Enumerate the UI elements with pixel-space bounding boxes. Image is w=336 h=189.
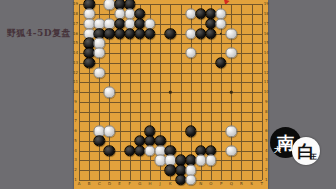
coord-number-left: 1 xyxy=(74,178,77,182)
coord-number-right: 10 xyxy=(264,90,269,94)
coord-number-left: 9 xyxy=(74,100,77,104)
grid-line-v xyxy=(262,4,263,180)
coord-letter: K xyxy=(169,182,172,186)
video-frame: 野狐4-5D复盘 A1919B1818C1717D1616E1515F1414G… xyxy=(0,0,336,189)
black-stone-H16 xyxy=(144,28,155,39)
coord-letter: Q xyxy=(230,182,233,186)
coord-letter: B xyxy=(88,182,91,186)
coord-number-left: 7 xyxy=(74,119,77,123)
coord-number-left: 6 xyxy=(74,129,77,133)
coord-number-left: 10 xyxy=(73,90,78,94)
white-stone-Q16 xyxy=(226,28,237,39)
coord-number-right: 18 xyxy=(264,12,269,16)
coord-number-right: 14 xyxy=(264,51,269,55)
coord-number-left: 3 xyxy=(74,158,77,162)
coord-letter: A xyxy=(78,182,81,186)
coord-number-left: 17 xyxy=(73,22,78,26)
coord-number-left: 13 xyxy=(73,61,78,65)
white-stone-M1 xyxy=(185,174,196,185)
coord-number-right: 4 xyxy=(265,149,268,153)
black-stone-C5 xyxy=(94,135,105,146)
coord-letter: R xyxy=(240,182,243,186)
grid-line-h xyxy=(79,141,262,142)
coord-letter: O xyxy=(209,182,212,186)
coord-number-right: 13 xyxy=(264,61,269,65)
coord-letter: P xyxy=(220,182,222,186)
coord-number-right: 19 xyxy=(264,2,269,6)
coord-letter: J xyxy=(160,182,161,186)
coord-number-right: 7 xyxy=(265,119,268,123)
white-stone-D6 xyxy=(104,125,115,136)
coord-number-left: 12 xyxy=(73,71,78,75)
white-stone-C12 xyxy=(94,67,105,78)
coord-number-right: 9 xyxy=(265,100,268,104)
grid-line-v xyxy=(241,4,242,180)
coord-number-right: 2 xyxy=(265,168,268,172)
white-stone-D10 xyxy=(104,86,115,97)
white-stone-O3 xyxy=(205,155,216,166)
coord-number-left: 15 xyxy=(73,41,78,45)
black-stone-O16 xyxy=(205,28,216,39)
black-stone-P13 xyxy=(215,57,226,68)
black-stone-M6 xyxy=(185,125,196,136)
review-title-text: 野狐4-5D复盘 xyxy=(7,27,73,40)
coord-letter: H xyxy=(149,182,152,186)
coord-number-right: 16 xyxy=(264,32,269,36)
channel-logo: 南 大 白 王 xyxy=(270,127,328,171)
white-stone-Q6 xyxy=(226,125,237,136)
coord-number-left: 14 xyxy=(73,51,78,55)
black-stone-K16 xyxy=(165,28,176,39)
grid-line-v xyxy=(181,4,182,180)
coord-number-right: 17 xyxy=(264,22,269,26)
coord-number-left: 2 xyxy=(74,168,77,172)
coord-letter: E xyxy=(118,182,121,186)
white-stone-P17 xyxy=(215,18,226,29)
coord-number-right: 15 xyxy=(264,41,269,45)
coord-letter: N xyxy=(199,182,202,186)
coord-letter: C xyxy=(98,182,101,186)
logo-white-small-char: 王 xyxy=(310,152,317,162)
coord-number-left: 18 xyxy=(73,12,78,16)
black-stone-B13 xyxy=(83,57,94,68)
grid-line-v xyxy=(252,4,253,180)
coord-number-right: 3 xyxy=(265,158,268,162)
coord-number-left: 8 xyxy=(74,110,77,114)
coord-number-left: 4 xyxy=(74,149,77,153)
white-stone-Q4 xyxy=(226,145,237,156)
coord-number-right: 6 xyxy=(265,129,268,133)
grid-line-v xyxy=(221,4,222,180)
grid-line-h xyxy=(79,121,262,122)
go-board[interactable]: A1919B1818C1717D1616E1515F1414G1313H1212… xyxy=(74,0,268,189)
grid-line-h xyxy=(79,112,262,113)
white-stone-C14 xyxy=(94,47,105,58)
coord-letter: F xyxy=(129,182,131,186)
coord-letter: S xyxy=(250,182,253,186)
black-stone-D4 xyxy=(104,145,115,156)
grid-line-h xyxy=(79,180,262,181)
grid-line-h xyxy=(79,102,262,103)
white-stone-Q14 xyxy=(226,47,237,58)
logo-black-small-char: 大 xyxy=(274,145,281,155)
coord-number-left: 19 xyxy=(73,2,78,6)
coord-number-right: 8 xyxy=(265,110,268,114)
coord-letter: T xyxy=(260,182,262,186)
coord-number-right: 1 xyxy=(265,178,268,182)
coord-number-right: 11 xyxy=(264,80,269,84)
coord-letter: D xyxy=(108,182,111,186)
coord-number-right: 5 xyxy=(265,139,268,143)
coord-number-left: 11 xyxy=(73,80,78,84)
coord-letter: G xyxy=(138,182,141,186)
coord-number-left: 5 xyxy=(74,139,77,143)
coord-number-left: 16 xyxy=(73,32,78,36)
logo-white-disc: 白 王 xyxy=(292,137,320,165)
white-stone-M14 xyxy=(185,47,196,58)
coord-number-right: 12 xyxy=(264,71,269,75)
